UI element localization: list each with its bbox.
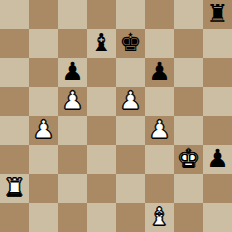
white-pawn: ♟ bbox=[61, 88, 83, 113]
white-pawn: ♟ bbox=[32, 117, 54, 142]
black-bishop: ♝ bbox=[90, 30, 112, 55]
square-b5[interactable] bbox=[29, 87, 58, 116]
square-f6[interactable]: ♟ bbox=[145, 58, 174, 87]
square-e7[interactable]: ♚ bbox=[116, 29, 145, 58]
square-a3[interactable] bbox=[0, 145, 29, 174]
square-d2[interactable] bbox=[87, 174, 116, 203]
square-c6[interactable]: ♟ bbox=[58, 58, 87, 87]
black-pawn: ♟ bbox=[206, 146, 228, 171]
square-e4[interactable] bbox=[116, 116, 145, 145]
square-b7[interactable] bbox=[29, 29, 58, 58]
black-rook: ♜ bbox=[206, 1, 228, 26]
square-d4[interactable] bbox=[87, 116, 116, 145]
white-pawn: ♟ bbox=[148, 117, 170, 142]
square-d8[interactable] bbox=[87, 0, 116, 29]
square-g1[interactable] bbox=[174, 203, 203, 232]
square-c7[interactable] bbox=[58, 29, 87, 58]
square-c3[interactable] bbox=[58, 145, 87, 174]
square-e8[interactable] bbox=[116, 0, 145, 29]
square-c4[interactable] bbox=[58, 116, 87, 145]
square-d5[interactable] bbox=[87, 87, 116, 116]
square-h2[interactable] bbox=[203, 174, 232, 203]
square-a7[interactable] bbox=[0, 29, 29, 58]
square-h6[interactable] bbox=[203, 58, 232, 87]
square-a6[interactable] bbox=[0, 58, 29, 87]
square-e2[interactable] bbox=[116, 174, 145, 203]
square-e5[interactable]: ♟ bbox=[116, 87, 145, 116]
square-c1[interactable] bbox=[58, 203, 87, 232]
square-b3[interactable] bbox=[29, 145, 58, 174]
square-b2[interactable] bbox=[29, 174, 58, 203]
chess-board: ♜♝♚♟♟♟♟♟♟♚♟♜♝ bbox=[0, 0, 232, 232]
square-c2[interactable] bbox=[58, 174, 87, 203]
square-b1[interactable] bbox=[29, 203, 58, 232]
square-f4[interactable]: ♟ bbox=[145, 116, 174, 145]
black-pawn: ♟ bbox=[61, 59, 83, 84]
square-g7[interactable] bbox=[174, 29, 203, 58]
black-king: ♚ bbox=[119, 30, 141, 55]
square-h3[interactable]: ♟ bbox=[203, 145, 232, 174]
white-pawn: ♟ bbox=[119, 88, 141, 113]
square-c8[interactable] bbox=[58, 0, 87, 29]
black-pawn: ♟ bbox=[148, 59, 170, 84]
square-a5[interactable] bbox=[0, 87, 29, 116]
square-b4[interactable]: ♟ bbox=[29, 116, 58, 145]
square-g6[interactable] bbox=[174, 58, 203, 87]
square-g2[interactable] bbox=[174, 174, 203, 203]
square-e1[interactable] bbox=[116, 203, 145, 232]
square-f3[interactable] bbox=[145, 145, 174, 174]
square-g3[interactable]: ♚ bbox=[174, 145, 203, 174]
white-rook: ♜ bbox=[3, 175, 25, 200]
square-b8[interactable] bbox=[29, 0, 58, 29]
square-d6[interactable] bbox=[87, 58, 116, 87]
square-d3[interactable] bbox=[87, 145, 116, 174]
square-h5[interactable] bbox=[203, 87, 232, 116]
square-d7[interactable]: ♝ bbox=[87, 29, 116, 58]
white-bishop: ♝ bbox=[148, 204, 170, 229]
square-g8[interactable] bbox=[174, 0, 203, 29]
square-h8[interactable]: ♜ bbox=[203, 0, 232, 29]
square-a1[interactable] bbox=[0, 203, 29, 232]
square-g4[interactable] bbox=[174, 116, 203, 145]
square-h4[interactable] bbox=[203, 116, 232, 145]
square-a8[interactable] bbox=[0, 0, 29, 29]
square-g5[interactable] bbox=[174, 87, 203, 116]
square-f5[interactable] bbox=[145, 87, 174, 116]
square-e3[interactable] bbox=[116, 145, 145, 174]
square-f1[interactable]: ♝ bbox=[145, 203, 174, 232]
square-f2[interactable] bbox=[145, 174, 174, 203]
square-f7[interactable] bbox=[145, 29, 174, 58]
square-a4[interactable] bbox=[0, 116, 29, 145]
square-c5[interactable]: ♟ bbox=[58, 87, 87, 116]
square-b6[interactable] bbox=[29, 58, 58, 87]
square-d1[interactable] bbox=[87, 203, 116, 232]
square-h1[interactable] bbox=[203, 203, 232, 232]
white-king: ♚ bbox=[177, 146, 199, 171]
square-e6[interactable] bbox=[116, 58, 145, 87]
square-h7[interactable] bbox=[203, 29, 232, 58]
square-a2[interactable]: ♜ bbox=[0, 174, 29, 203]
square-f8[interactable] bbox=[145, 0, 174, 29]
